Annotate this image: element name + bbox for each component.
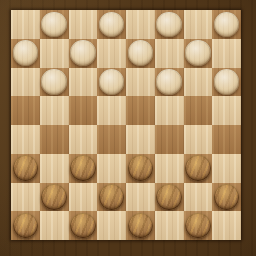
- square-r8c6: [155, 211, 184, 240]
- square-r1c7: [184, 10, 213, 39]
- square-r3c8[interactable]: [212, 68, 241, 97]
- square-r4c7[interactable]: [184, 96, 213, 125]
- dark-piece[interactable]: [185, 155, 210, 180]
- square-r5c3: [69, 125, 98, 154]
- dark-piece[interactable]: [214, 184, 239, 209]
- square-r5c6[interactable]: [155, 125, 184, 154]
- square-r1c2[interactable]: [40, 10, 69, 39]
- square-r8c3[interactable]: [69, 211, 98, 240]
- checkers-game-screenshot: [0, 0, 256, 256]
- square-r6c8: [212, 154, 241, 183]
- square-r3c2[interactable]: [40, 68, 69, 97]
- square-r1c4[interactable]: [97, 10, 126, 39]
- square-r2c7[interactable]: [184, 39, 213, 68]
- square-r4c6: [155, 96, 184, 125]
- square-r8c5[interactable]: [126, 211, 155, 240]
- square-r2c2: [40, 39, 69, 68]
- square-r7c3: [69, 183, 98, 212]
- dark-piece[interactable]: [128, 213, 153, 238]
- square-r1c3: [69, 10, 98, 39]
- light-piece[interactable]: [185, 40, 210, 65]
- dark-piece[interactable]: [13, 155, 38, 180]
- square-r8c4: [97, 211, 126, 240]
- square-r1c5: [126, 10, 155, 39]
- square-r8c1[interactable]: [11, 211, 40, 240]
- square-r3c7: [184, 68, 213, 97]
- square-r2c6: [155, 39, 184, 68]
- light-piece[interactable]: [70, 40, 95, 65]
- square-r3c5: [126, 68, 155, 97]
- square-r6c2: [40, 154, 69, 183]
- light-piece[interactable]: [41, 69, 66, 94]
- square-r5c2[interactable]: [40, 125, 69, 154]
- square-r6c1[interactable]: [11, 154, 40, 183]
- square-r7c7: [184, 183, 213, 212]
- square-r5c1: [11, 125, 40, 154]
- square-r4c8: [212, 96, 241, 125]
- light-piece[interactable]: [128, 40, 153, 65]
- dark-piece[interactable]: [185, 213, 210, 238]
- square-r2c4: [97, 39, 126, 68]
- dark-piece[interactable]: [70, 155, 95, 180]
- dark-piece[interactable]: [156, 184, 181, 209]
- square-r8c2: [40, 211, 69, 240]
- light-piece[interactable]: [214, 12, 239, 37]
- square-r7c5: [126, 183, 155, 212]
- square-r8c7[interactable]: [184, 211, 213, 240]
- dark-piece[interactable]: [41, 184, 66, 209]
- light-piece[interactable]: [156, 12, 181, 37]
- square-r6c6: [155, 154, 184, 183]
- square-r2c1[interactable]: [11, 39, 40, 68]
- square-r4c1[interactable]: [11, 96, 40, 125]
- square-r7c8[interactable]: [212, 183, 241, 212]
- square-r3c4[interactable]: [97, 68, 126, 97]
- square-r7c2[interactable]: [40, 183, 69, 212]
- dark-piece[interactable]: [128, 155, 153, 180]
- square-r4c4: [97, 96, 126, 125]
- square-r8c8: [212, 211, 241, 240]
- square-r2c8: [212, 39, 241, 68]
- square-r7c6[interactable]: [155, 183, 184, 212]
- square-r2c3[interactable]: [69, 39, 98, 68]
- square-r3c3: [69, 68, 98, 97]
- square-r4c5[interactable]: [126, 96, 155, 125]
- square-r5c5: [126, 125, 155, 154]
- square-r4c3[interactable]: [69, 96, 98, 125]
- square-r3c1: [11, 68, 40, 97]
- square-r6c3[interactable]: [69, 154, 98, 183]
- square-r7c4[interactable]: [97, 183, 126, 212]
- square-r1c1: [11, 10, 40, 39]
- square-r5c7: [184, 125, 213, 154]
- square-r1c6[interactable]: [155, 10, 184, 39]
- square-r5c8[interactable]: [212, 125, 241, 154]
- light-piece[interactable]: [214, 69, 239, 94]
- square-r6c7[interactable]: [184, 154, 213, 183]
- dark-piece[interactable]: [13, 213, 38, 238]
- light-piece[interactable]: [156, 69, 181, 94]
- light-piece[interactable]: [41, 12, 66, 37]
- square-r2c5[interactable]: [126, 39, 155, 68]
- dark-piece[interactable]: [70, 213, 95, 238]
- square-r4c2: [40, 96, 69, 125]
- square-r1c8[interactable]: [212, 10, 241, 39]
- light-piece[interactable]: [99, 12, 124, 37]
- square-r7c1: [11, 183, 40, 212]
- dark-piece[interactable]: [99, 184, 124, 209]
- square-r6c5[interactable]: [126, 154, 155, 183]
- square-r6c4: [97, 154, 126, 183]
- square-r3c6[interactable]: [155, 68, 184, 97]
- checkers-board: [11, 10, 241, 240]
- square-r5c4[interactable]: [97, 125, 126, 154]
- light-piece[interactable]: [13, 40, 38, 65]
- light-piece[interactable]: [99, 69, 124, 94]
